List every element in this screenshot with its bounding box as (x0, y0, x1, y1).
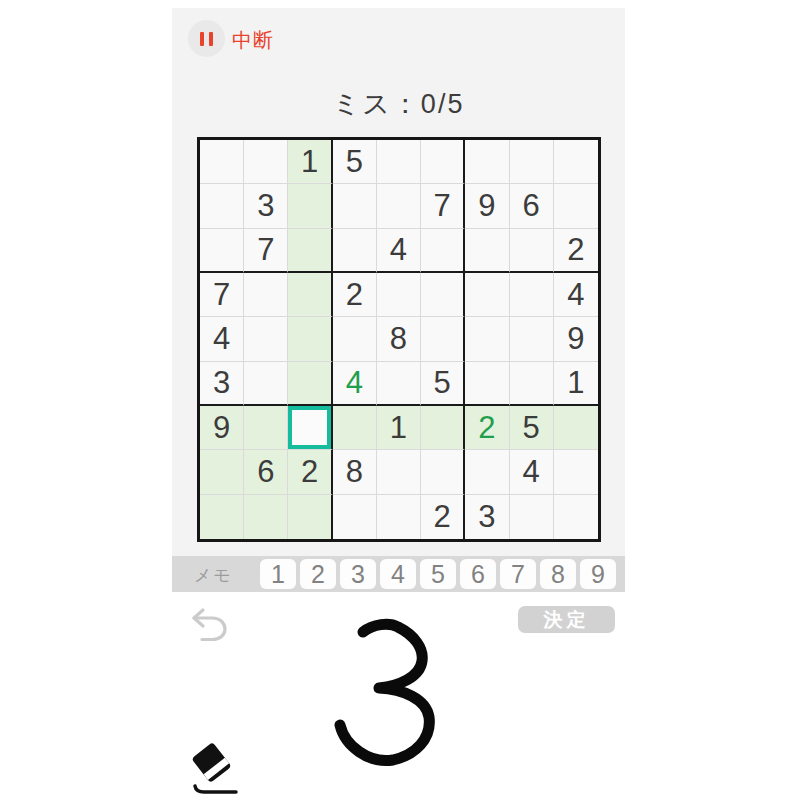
sudoku-cell-r2c6[interactable]: 7 (421, 184, 465, 228)
undo-button[interactable] (189, 606, 229, 644)
sudoku-cell-r5c8[interactable] (510, 317, 554, 361)
sudoku-cell-r2c9[interactable] (554, 184, 598, 228)
sudoku-cell-r3c4[interactable] (333, 229, 377, 273)
sudoku-cell-r8c7[interactable] (465, 450, 509, 494)
sudoku-cell-r4c8[interactable] (510, 273, 554, 317)
sudoku-cell-r8c5[interactable] (377, 450, 421, 494)
numpad-key-5[interactable]: 5 (420, 559, 456, 589)
sudoku-board: 15379674272448934519125628423 (197, 137, 601, 542)
sudoku-cell-r3c6[interactable] (421, 229, 465, 273)
sudoku-cell-r9c7[interactable]: 3 (465, 495, 509, 539)
sudoku-cell-r1c3[interactable]: 1 (288, 140, 332, 184)
sudoku-cell-r5c4[interactable] (333, 317, 377, 361)
numpad-key-8[interactable]: 8 (540, 559, 576, 589)
sudoku-cell-r9c3[interactable] (288, 495, 332, 539)
sudoku-cell-r1c8[interactable] (510, 140, 554, 184)
sudoku-cell-r6c7[interactable] (465, 362, 509, 406)
sudoku-cell-r9c4[interactable] (333, 495, 377, 539)
sudoku-cell-r4c9[interactable]: 4 (554, 273, 598, 317)
mistakes-counter: ミス：0/5 (172, 86, 625, 122)
numpad-bar: メモ 123456789 (172, 556, 625, 592)
sudoku-cell-r3c9[interactable]: 2 (554, 229, 598, 273)
sudoku-cell-r6c4[interactable]: 4 (333, 362, 377, 406)
eraser-button[interactable] (184, 740, 248, 800)
sudoku-cell-r6c5[interactable] (377, 362, 421, 406)
pause-label[interactable]: 中断 (232, 27, 274, 54)
sudoku-cell-r9c9[interactable] (554, 495, 598, 539)
numpad-key-1[interactable]: 1 (260, 559, 296, 589)
pause-icon (200, 32, 204, 46)
sudoku-cell-r5c3[interactable] (288, 317, 332, 361)
sudoku-cell-r5c2[interactable] (244, 317, 288, 361)
sudoku-cell-r8c8[interactable]: 4 (510, 450, 554, 494)
sudoku-cell-r6c8[interactable] (510, 362, 554, 406)
numpad-key-3[interactable]: 3 (340, 559, 376, 589)
numpad-key-2[interactable]: 2 (300, 559, 336, 589)
sudoku-cell-r4c3[interactable] (288, 273, 332, 317)
sudoku-cell-r1c2[interactable] (244, 140, 288, 184)
numpad-key-9[interactable]: 9 (580, 559, 616, 589)
sudoku-cell-r8c2[interactable]: 6 (244, 450, 288, 494)
selected-cell[interactable] (288, 406, 332, 450)
pause-icon (209, 32, 213, 46)
sudoku-cell-r9c8[interactable] (510, 495, 554, 539)
numpad-key-7[interactable]: 7 (500, 559, 536, 589)
sudoku-cell-r3c7[interactable] (465, 229, 509, 273)
sudoku-cell-r6c3[interactable] (288, 362, 332, 406)
sudoku-cell-r8c6[interactable] (421, 450, 465, 494)
sudoku-cell-r7c2[interactable] (244, 406, 288, 450)
sudoku-cell-r2c5[interactable] (377, 184, 421, 228)
sudoku-cell-r6c9[interactable]: 1 (554, 362, 598, 406)
sudoku-cell-r7c4[interactable] (333, 406, 377, 450)
sudoku-cell-r1c6[interactable] (421, 140, 465, 184)
sudoku-cell-r8c3[interactable]: 2 (288, 450, 332, 494)
sudoku-cell-r4c7[interactable] (465, 273, 509, 317)
sudoku-cell-r4c6[interactable] (421, 273, 465, 317)
sudoku-cell-r3c8[interactable] (510, 229, 554, 273)
sudoku-cell-r4c4[interactable]: 2 (333, 273, 377, 317)
sudoku-cell-r8c9[interactable] (554, 450, 598, 494)
sudoku-cell-r7c9[interactable] (554, 406, 598, 450)
pause-button[interactable] (188, 20, 225, 57)
sudoku-cell-r7c1[interactable]: 9 (200, 406, 244, 450)
sudoku-cell-r3c5[interactable]: 4 (377, 229, 421, 273)
sudoku-cell-r2c7[interactable]: 9 (465, 184, 509, 228)
numpad-key-6[interactable]: 6 (460, 559, 496, 589)
sudoku-cell-r5c9[interactable]: 9 (554, 317, 598, 361)
confirm-button[interactable]: 決定 (518, 606, 615, 633)
sudoku-cell-r9c2[interactable] (244, 495, 288, 539)
numpad-key-4[interactable]: 4 (380, 559, 416, 589)
sudoku-cell-r3c2[interactable]: 7 (244, 229, 288, 273)
sudoku-cell-r4c5[interactable] (377, 273, 421, 317)
sudoku-cell-r6c2[interactable] (244, 362, 288, 406)
sudoku-cell-r7c7[interactable]: 2 (465, 406, 509, 450)
eraser-icon (184, 740, 248, 800)
numpad-keys: 123456789 (260, 559, 616, 589)
sudoku-cell-r1c5[interactable] (377, 140, 421, 184)
sudoku-cell-r2c4[interactable] (333, 184, 377, 228)
sudoku-cell-r9c1[interactable] (200, 495, 244, 539)
sudoku-cell-r5c5[interactable]: 8 (377, 317, 421, 361)
sudoku-cell-r9c5[interactable] (377, 495, 421, 539)
sudoku-cell-r3c3[interactable] (288, 229, 332, 273)
undo-icon (189, 606, 229, 644)
handwritten-digit-3[interactable] (330, 613, 460, 778)
sudoku-cell-r1c1[interactable] (200, 140, 244, 184)
sudoku-cell-r2c8[interactable]: 6 (510, 184, 554, 228)
sudoku-cell-r8c1[interactable] (200, 450, 244, 494)
app-screen: 中断 ミス：0/5 15379674272448934519125628423 … (172, 8, 625, 800)
sudoku-cell-r3c1[interactable] (200, 229, 244, 273)
sudoku-cell-r1c4[interactable]: 5 (333, 140, 377, 184)
sudoku-cell-r1c9[interactable] (554, 140, 598, 184)
sudoku-cell-r6c6[interactable]: 5 (421, 362, 465, 406)
sudoku-cell-r2c3[interactable] (288, 184, 332, 228)
sudoku-cell-r4c1[interactable]: 7 (200, 273, 244, 317)
sudoku-cell-r5c7[interactable] (465, 317, 509, 361)
sudoku-cell-r7c5[interactable]: 1 (377, 406, 421, 450)
memo-button[interactable]: メモ (194, 564, 233, 587)
sudoku-cell-r7c8[interactable]: 5 (510, 406, 554, 450)
sudoku-cell-r9c6[interactable]: 2 (421, 495, 465, 539)
sudoku-cell-r2c1[interactable] (200, 184, 244, 228)
sudoku-cell-r7c6[interactable] (421, 406, 465, 450)
sudoku-cell-r6c1[interactable]: 3 (200, 362, 244, 406)
sudoku-cell-r4c2[interactable] (244, 273, 288, 317)
sudoku-cell-r5c1[interactable]: 4 (200, 317, 244, 361)
sudoku-cell-r8c4[interactable]: 8 (333, 450, 377, 494)
sudoku-cell-r2c2[interactable]: 3 (244, 184, 288, 228)
sudoku-cell-r1c7[interactable] (465, 140, 509, 184)
sudoku-cell-r5c6[interactable] (421, 317, 465, 361)
